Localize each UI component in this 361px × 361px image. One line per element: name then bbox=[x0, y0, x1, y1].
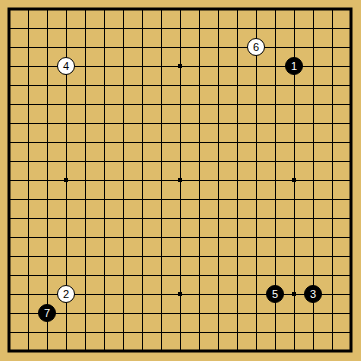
stone-white-D4-move-2: 2 bbox=[57, 285, 75, 303]
go-board-intersections: 1234567 bbox=[0, 0, 361, 361]
board-intersection-P4: 5 bbox=[266, 285, 285, 304]
stone-white-O17-move-6: 6 bbox=[247, 38, 265, 56]
board-intersection-C3: 7 bbox=[38, 304, 57, 323]
stone-black-Q16-move-1: 1 bbox=[285, 57, 303, 75]
board-intersection-D4: 2 bbox=[57, 285, 76, 304]
board-intersection-D16: 4 bbox=[57, 57, 76, 76]
stone-white-D16-move-4: 4 bbox=[57, 57, 75, 75]
stone-black-P4-move-5: 5 bbox=[266, 285, 284, 303]
board-intersection-Q16: 1 bbox=[285, 57, 304, 76]
stone-black-R4-move-3: 3 bbox=[304, 285, 322, 303]
board-intersection-R4: 3 bbox=[304, 285, 323, 304]
go-board: 1234567 bbox=[0, 0, 361, 361]
board-intersection-O17: 6 bbox=[247, 38, 266, 57]
stone-black-C3-move-7: 7 bbox=[38, 304, 56, 322]
